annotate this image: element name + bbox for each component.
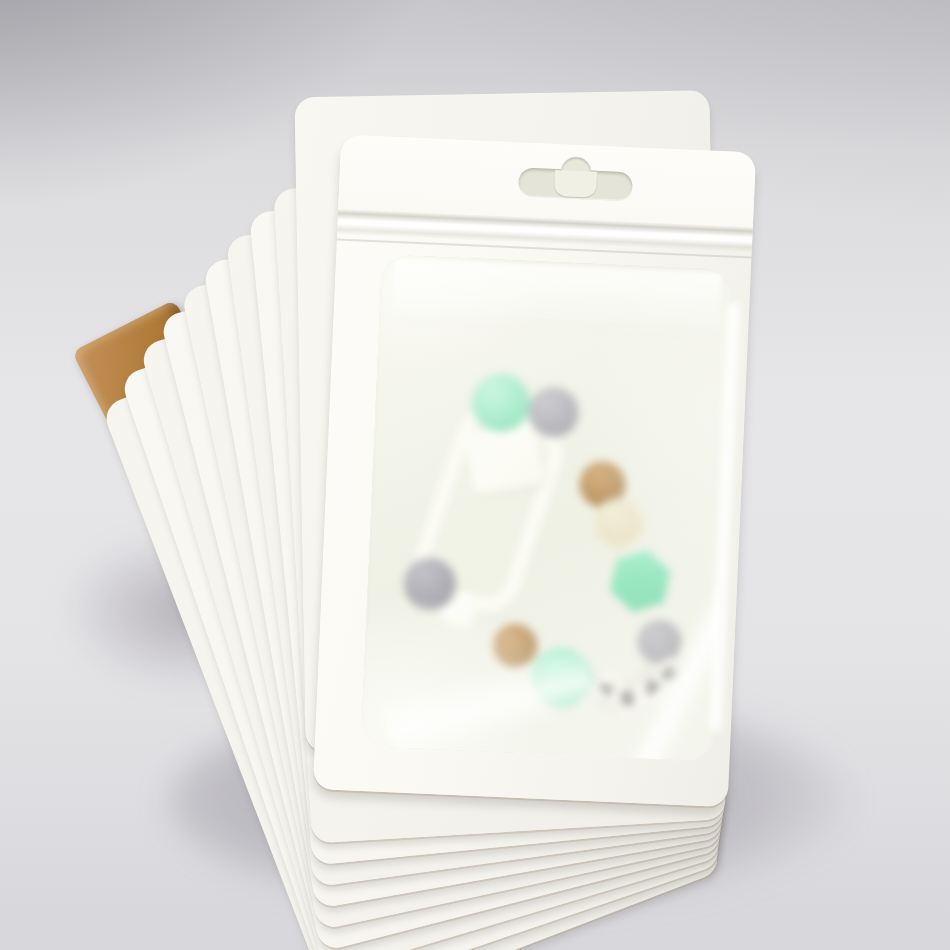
top-bag: B A B Y [313, 135, 756, 807]
pacifier-clip-button [465, 423, 546, 496]
frosted-window: B A B Y [361, 255, 734, 762]
euro-slot-tab [554, 170, 597, 198]
bead-crochet-cream [593, 497, 645, 549]
product-photo-scene: B A B Y [0, 0, 950, 950]
